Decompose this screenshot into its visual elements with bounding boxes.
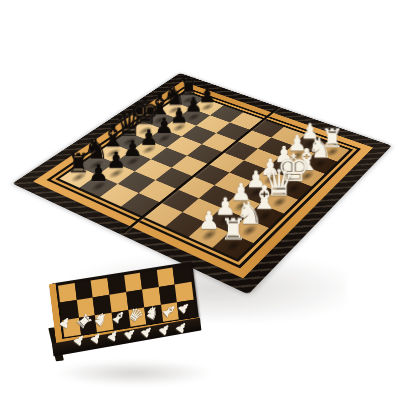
folded-board: ♟♟♜♟♞♟♝♟♛♟♞♟♝♟♟	[37, 247, 232, 398]
folded-board-photo[interactable]: ♟♟♜♟♞♟♝♟♛♟♞♟♝♟♟	[46, 264, 226, 394]
piece-black-pawn-a7: ♟	[82, 162, 115, 186]
piece-white-rook-a1: ♜	[215, 215, 251, 246]
product-photo-canvas: ♜♞♝♛♚♝♞♜♟♟♟♟♟♟♟♟♟♟♟♟♟♟♟♟♜♞♝♛♚♝♞♜ ♟♟♜♟♞♟♝…	[0, 0, 420, 420]
